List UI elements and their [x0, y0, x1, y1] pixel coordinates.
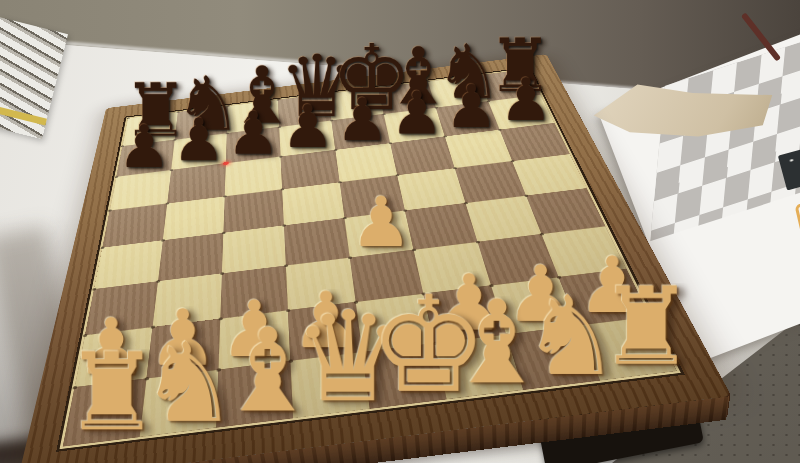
piece-white-pawn-e4[interactable]: ♟ [349, 194, 413, 251]
piece-black-pawn-e7[interactable]: ♟ [335, 96, 390, 144]
square-e1[interactable]: ♚ [362, 343, 446, 409]
square-a6[interactable] [110, 170, 171, 210]
piece-white-knight-b1[interactable]: ♞ [140, 338, 217, 428]
square-a1[interactable]: ♜ [63, 379, 147, 447]
piece-white-knight-g1[interactable]: ♞ [522, 291, 599, 381]
square-f1[interactable]: ♝ [434, 334, 523, 399]
piece-black-pawn-d7[interactable]: ♟ [280, 102, 335, 150]
piece-black-pawn-b7[interactable]: ♟ [171, 116, 226, 164]
square-h5[interactable] [512, 154, 586, 196]
piece-black-pawn-a7[interactable]: ♟ [117, 123, 172, 171]
board-grid: ♜♞♝♛♚♝♞♜♟♟♟♟♟♟♟♟♟♟♟♟♟♟♟♟♜♞♝♛♚♝♞♜ [63, 69, 677, 446]
piece-white-bishop-f1[interactable]: ♝ [445, 296, 522, 391]
board-perspective-scene: ♜♞♝♛♚♝♞♜♟♟♟♟♟♟♟♟♟♟♟♟♟♟♟♟♜♞♝♛♚♝♞♜ [0, 0, 800, 463]
piece-black-pawn-h7[interactable]: ♟ [499, 76, 554, 124]
square-b4[interactable] [158, 233, 223, 281]
square-b1[interactable]: ♞ [140, 370, 219, 437]
piece-black-pawn-g7[interactable]: ♟ [444, 82, 499, 130]
square-b5[interactable] [163, 196, 225, 240]
playing-area: ♜♞♝♛♚♝♞♜♟♟♟♟♟♟♟♟♟♟♟♟♟♟♟♟♜♞♝♛♚♝♞♜ [63, 69, 677, 446]
piece-black-pawn-c7[interactable]: ♟ [226, 109, 281, 157]
piece-white-rook-a1[interactable]: ♜ [64, 349, 141, 437]
wooden-board-frame: ♜♞♝♛♚♝♞♜♟♟♟♟♟♟♟♟♟♟♟♟♟♟♟♟♜♞♝♛♚♝♞♜ [17, 54, 732, 463]
piece-white-king-e1[interactable]: ♚ [369, 291, 446, 400]
piece-black-pawn-f7[interactable]: ♟ [389, 89, 444, 137]
photo-scene: PR ♜♞♝♛♚♝♞♜♟♟♟♟♟♟♟♟♟♟♟♟♟♟♟♟♜♞♝♛♚♝♞♜ [0, 0, 800, 463]
